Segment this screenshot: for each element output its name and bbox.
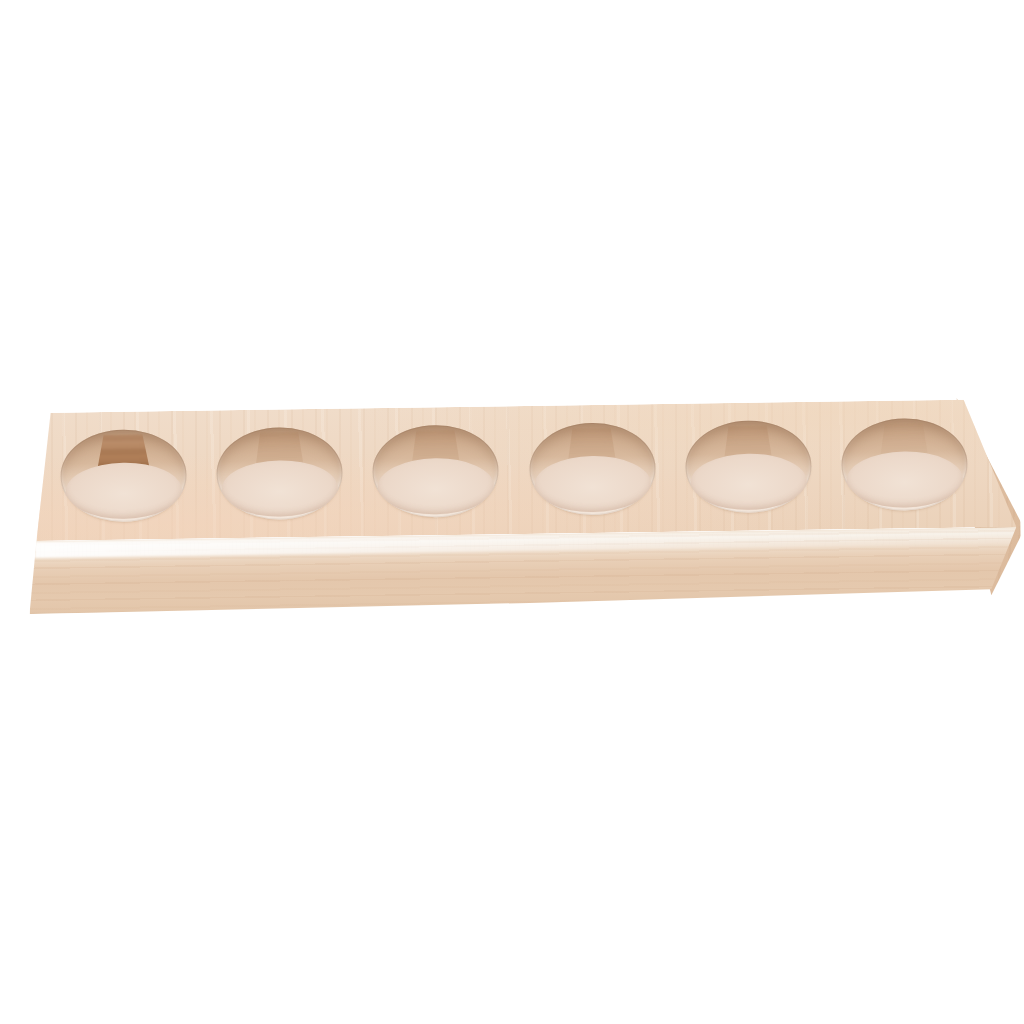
pit-6-cavity: [841, 418, 968, 512]
pit-4-cavity: [528, 422, 655, 516]
pit-1-cavity: [60, 429, 187, 523]
pit-3[interactable]: [357, 406, 515, 536]
pit-1[interactable]: [45, 411, 203, 541]
pit-2[interactable]: [201, 408, 359, 538]
pit-5-cavity: [685, 420, 812, 514]
pit-3-cavity: [372, 424, 499, 518]
pit-grid: [45, 399, 984, 540]
board-front-face: [28, 527, 1021, 617]
scene: [0, 0, 1024, 1024]
pit-5[interactable]: [669, 402, 827, 532]
pit-4[interactable]: [513, 404, 671, 534]
mancala-board: [27, 393, 1022, 617]
pit-6[interactable]: [825, 399, 983, 529]
pit-2-cavity: [216, 427, 343, 521]
